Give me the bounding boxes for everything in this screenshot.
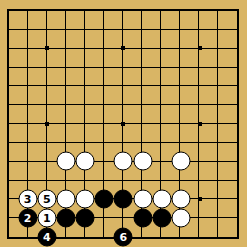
stone-white bbox=[76, 152, 95, 171]
stone-black-move-4: 4 bbox=[37, 228, 56, 247]
star-point bbox=[45, 122, 49, 126]
stone-black-move-6: 6 bbox=[114, 228, 133, 247]
stone-white-move-5: 5 bbox=[37, 190, 56, 209]
stone-white bbox=[171, 152, 190, 171]
stone-white bbox=[114, 152, 133, 171]
move-number-label: 6 bbox=[120, 232, 128, 243]
stone-white bbox=[171, 209, 190, 228]
stone-black bbox=[133, 209, 152, 228]
star-point bbox=[198, 46, 202, 50]
stone-black bbox=[95, 190, 114, 209]
stone-white bbox=[152, 190, 171, 209]
stone-white-move-3: 3 bbox=[18, 190, 37, 209]
stone-white bbox=[56, 190, 75, 209]
go-diagram: 352146 bbox=[0, 0, 247, 247]
stone-black bbox=[56, 209, 75, 228]
star-point bbox=[198, 122, 202, 126]
stone-white bbox=[133, 190, 152, 209]
star-point bbox=[121, 122, 125, 126]
move-number-label: 1 bbox=[43, 213, 51, 224]
star-point bbox=[198, 197, 202, 201]
go-board[interactable]: 352146 bbox=[0, 0, 247, 247]
move-number-label: 5 bbox=[43, 194, 51, 205]
move-number-label: 4 bbox=[43, 232, 51, 243]
stone-white bbox=[133, 152, 152, 171]
stone-white bbox=[171, 190, 190, 209]
stone-white bbox=[56, 152, 75, 171]
stone-white-move-1: 1 bbox=[37, 209, 56, 228]
stone-black bbox=[114, 190, 133, 209]
stone-black bbox=[76, 209, 95, 228]
stone-black-move-2: 2 bbox=[18, 209, 37, 228]
star-point bbox=[45, 46, 49, 50]
stone-white bbox=[76, 190, 95, 209]
move-number-label: 2 bbox=[24, 213, 32, 224]
move-number-label: 3 bbox=[24, 194, 32, 205]
stone-black bbox=[152, 209, 171, 228]
star-point bbox=[121, 46, 125, 50]
